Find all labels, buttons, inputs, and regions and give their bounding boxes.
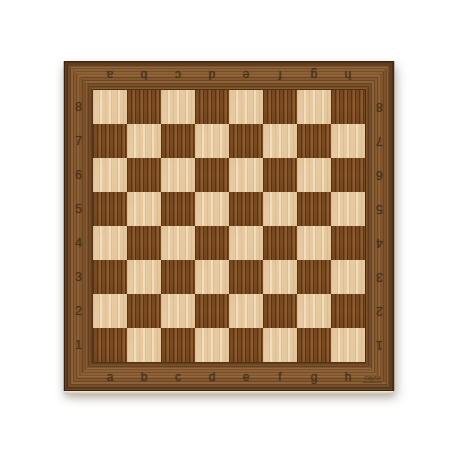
rank-label-right-8: 8 — [365, 90, 394, 124]
square-c5[interactable] — [161, 192, 195, 226]
square-f7[interactable] — [263, 124, 297, 158]
rank-label-right-5: 5 — [365, 192, 394, 226]
square-a7[interactable] — [93, 124, 127, 158]
square-f4[interactable] — [263, 226, 297, 260]
square-c6[interactable] — [161, 158, 195, 192]
square-e1[interactable] — [229, 328, 263, 362]
rank-label-left-4: 4 — [64, 226, 93, 260]
square-e4[interactable] — [229, 226, 263, 260]
rank-label-right-4: 4 — [365, 226, 394, 260]
square-a1[interactable] — [93, 328, 127, 362]
square-a8[interactable] — [93, 90, 127, 124]
file-label-bottom-h: h — [331, 362, 365, 391]
rank-label-right-3: 3 — [365, 260, 394, 294]
file-labels-top: abcdefgh — [93, 61, 365, 90]
file-label-bottom-d: d — [195, 362, 229, 391]
photo-background: abcdefgh abcdefgh 87654321 87654321 cayr… — [0, 0, 458, 458]
square-b2[interactable] — [127, 294, 161, 328]
square-d4[interactable] — [195, 226, 229, 260]
file-label-top-a: a — [93, 61, 127, 90]
rank-label-left-1: 1 — [64, 328, 93, 362]
square-e8[interactable] — [229, 90, 263, 124]
rank-label-left-6: 6 — [64, 158, 93, 192]
rank-labels-right: 87654321 — [365, 90, 394, 362]
file-labels-bottom: abcdefgh — [93, 362, 365, 391]
square-a2[interactable] — [93, 294, 127, 328]
square-g7[interactable] — [297, 124, 331, 158]
board-side-edge — [65, 391, 393, 394]
file-label-bottom-g: g — [297, 362, 331, 391]
file-label-bottom-b: b — [127, 362, 161, 391]
frame-rail-right — [365, 61, 394, 391]
square-d6[interactable] — [195, 158, 229, 192]
square-a4[interactable] — [93, 226, 127, 260]
file-label-bottom-a: a — [93, 362, 127, 391]
file-label-top-f: f — [263, 61, 297, 90]
rank-label-right-6: 6 — [365, 158, 394, 192]
file-label-top-d: d — [195, 61, 229, 90]
square-f1[interactable] — [263, 328, 297, 362]
file-label-top-h: h — [331, 61, 365, 90]
frame-rail-left — [64, 61, 93, 391]
square-b1[interactable] — [127, 328, 161, 362]
square-b4[interactable] — [127, 226, 161, 260]
file-label-top-g: g — [297, 61, 331, 90]
rank-label-left-7: 7 — [64, 124, 93, 158]
rank-label-left-3: 3 — [64, 260, 93, 294]
square-b5[interactable] — [127, 192, 161, 226]
file-label-bottom-e: e — [229, 362, 263, 391]
square-f6[interactable] — [263, 158, 297, 192]
file-label-top-e: e — [229, 61, 263, 90]
square-d5[interactable] — [195, 192, 229, 226]
file-label-bottom-f: f — [263, 362, 297, 391]
square-g4[interactable] — [297, 226, 331, 260]
chess-board: abcdefgh abcdefgh 87654321 87654321 cayr… — [64, 61, 394, 391]
square-e2[interactable] — [229, 294, 263, 328]
square-h6[interactable] — [331, 158, 365, 192]
rank-label-left-5: 5 — [64, 192, 93, 226]
square-d3[interactable] — [195, 260, 229, 294]
square-h2[interactable] — [331, 294, 365, 328]
square-g6[interactable] — [297, 158, 331, 192]
square-c3[interactable] — [161, 260, 195, 294]
square-e7[interactable] — [229, 124, 263, 158]
square-c8[interactable] — [161, 90, 195, 124]
square-b3[interactable] — [127, 260, 161, 294]
square-f2[interactable] — [263, 294, 297, 328]
square-a6[interactable] — [93, 158, 127, 192]
square-e6[interactable] — [229, 158, 263, 192]
frame-rail-top — [64, 61, 394, 90]
square-e5[interactable] — [229, 192, 263, 226]
square-c1[interactable] — [161, 328, 195, 362]
square-a3[interactable] — [93, 260, 127, 294]
square-c4[interactable] — [161, 226, 195, 260]
square-a5[interactable] — [93, 192, 127, 226]
square-d7[interactable] — [195, 124, 229, 158]
square-h7[interactable] — [331, 124, 365, 158]
file-label-top-c: c — [161, 61, 195, 90]
square-b6[interactable] — [127, 158, 161, 192]
square-b8[interactable] — [127, 90, 161, 124]
square-h5[interactable] — [331, 192, 365, 226]
square-h8[interactable] — [331, 90, 365, 124]
rank-label-right-7: 7 — [365, 124, 394, 158]
square-b7[interactable] — [127, 124, 161, 158]
square-f5[interactable] — [263, 192, 297, 226]
rank-label-left-8: 8 — [64, 90, 93, 124]
square-c7[interactable] — [161, 124, 195, 158]
rank-label-right-1: 1 — [365, 328, 394, 362]
file-label-bottom-c: c — [161, 362, 195, 391]
square-f3[interactable] — [263, 260, 297, 294]
square-h4[interactable] — [331, 226, 365, 260]
square-d2[interactable] — [195, 294, 229, 328]
square-g2[interactable] — [297, 294, 331, 328]
square-g5[interactable] — [297, 192, 331, 226]
rank-label-right-2: 2 — [365, 294, 394, 328]
square-c2[interactable] — [161, 294, 195, 328]
square-d8[interactable] — [195, 90, 229, 124]
square-d1[interactable] — [195, 328, 229, 362]
square-e3[interactable] — [229, 260, 263, 294]
square-g8[interactable] — [297, 90, 331, 124]
file-label-top-b: b — [127, 61, 161, 90]
rank-label-left-2: 2 — [64, 294, 93, 328]
square-f8[interactable] — [263, 90, 297, 124]
brand-mark: cayro — [363, 375, 382, 383]
frame-rail-bottom — [64, 362, 394, 391]
square-g3[interactable] — [297, 260, 331, 294]
square-h1[interactable] — [331, 328, 365, 362]
square-h3[interactable] — [331, 260, 365, 294]
playing-area — [93, 90, 365, 362]
square-g1[interactable] — [297, 328, 331, 362]
rank-labels-left: 87654321 — [64, 90, 93, 362]
